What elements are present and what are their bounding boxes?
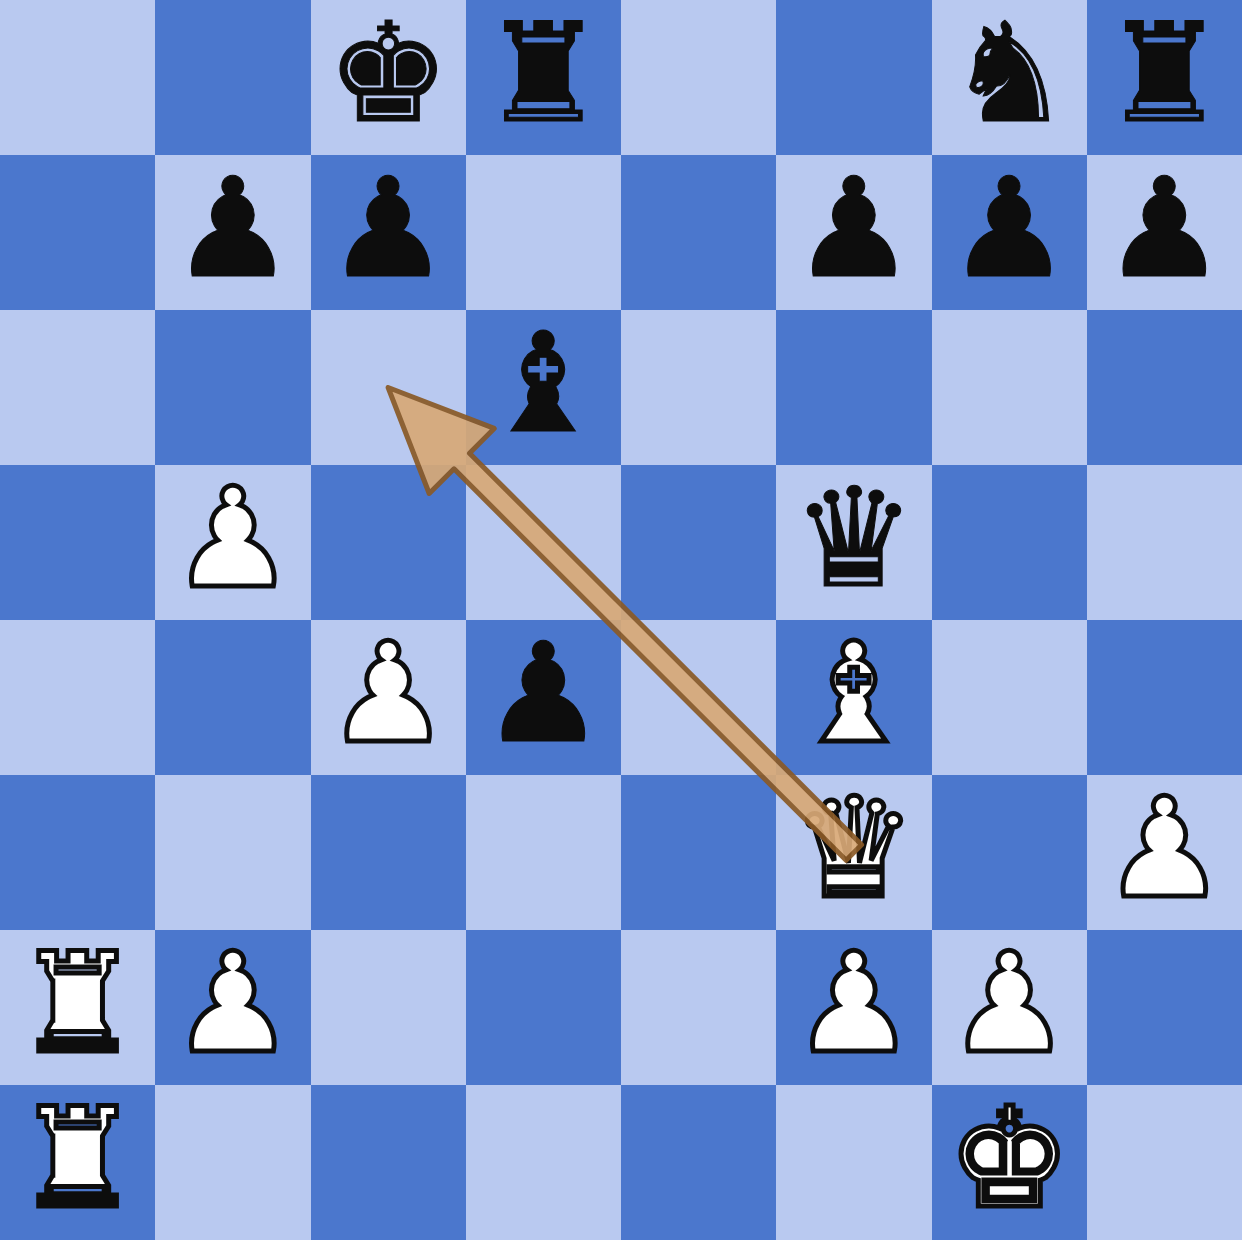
square-c1[interactable] xyxy=(311,1085,466,1240)
square-h4[interactable] xyxy=(1087,620,1242,775)
square-f8[interactable] xyxy=(776,0,931,155)
square-b5[interactable]: ♟ xyxy=(155,465,310,620)
piece-white-pawn[interactable]: ♟ xyxy=(947,935,1071,1073)
square-b7[interactable]: ♟ xyxy=(155,155,310,310)
piece-black-pawn[interactable]: ♟ xyxy=(792,160,916,298)
square-b8[interactable] xyxy=(155,0,310,155)
square-d8[interactable]: ♜ xyxy=(466,0,621,155)
piece-black-rook[interactable]: ♜ xyxy=(482,5,606,143)
square-a4[interactable] xyxy=(0,620,155,775)
piece-black-pawn[interactable]: ♟ xyxy=(1103,160,1227,298)
square-f2[interactable]: ♟ xyxy=(776,930,931,1085)
square-b1[interactable] xyxy=(155,1085,310,1240)
chess-app: ♚♜♞♜♟♟♟♟♟♝♟♛♟♟♝♛♟♜♟♟♟♜♚ xyxy=(0,0,1242,1240)
square-b4[interactable] xyxy=(155,620,310,775)
square-a8[interactable] xyxy=(0,0,155,155)
square-g5[interactable] xyxy=(932,465,1087,620)
square-h1[interactable] xyxy=(1087,1085,1242,1240)
square-c4[interactable]: ♟ xyxy=(311,620,466,775)
square-d1[interactable] xyxy=(466,1085,621,1240)
piece-black-knight[interactable]: ♞ xyxy=(947,5,1071,143)
piece-white-rook[interactable]: ♜ xyxy=(16,1090,140,1228)
square-b3[interactable] xyxy=(155,775,310,930)
square-g8[interactable]: ♞ xyxy=(932,0,1087,155)
square-e5[interactable] xyxy=(621,465,776,620)
square-d4[interactable]: ♟ xyxy=(466,620,621,775)
piece-black-rook[interactable]: ♜ xyxy=(1103,5,1227,143)
square-f5[interactable]: ♛ xyxy=(776,465,931,620)
square-h5[interactable] xyxy=(1087,465,1242,620)
square-h6[interactable] xyxy=(1087,310,1242,465)
piece-white-queen[interactable]: ♛ xyxy=(792,780,916,918)
square-h7[interactable]: ♟ xyxy=(1087,155,1242,310)
square-g3[interactable] xyxy=(932,775,1087,930)
square-g6[interactable] xyxy=(932,310,1087,465)
piece-white-pawn[interactable]: ♟ xyxy=(326,625,450,763)
square-d6[interactable]: ♝ xyxy=(466,310,621,465)
square-d5[interactable] xyxy=(466,465,621,620)
chess-board: ♚♜♞♜♟♟♟♟♟♝♟♛♟♟♝♛♟♜♟♟♟♜♚ xyxy=(0,0,1242,1240)
square-d2[interactable] xyxy=(466,930,621,1085)
square-b2[interactable]: ♟ xyxy=(155,930,310,1085)
square-e3[interactable] xyxy=(621,775,776,930)
square-a2[interactable]: ♜ xyxy=(0,930,155,1085)
square-f1[interactable] xyxy=(776,1085,931,1240)
square-g1[interactable]: ♚ xyxy=(932,1085,1087,1240)
square-a6[interactable] xyxy=(0,310,155,465)
piece-white-pawn[interactable]: ♟ xyxy=(171,935,295,1073)
square-c5[interactable] xyxy=(311,465,466,620)
square-g4[interactable] xyxy=(932,620,1087,775)
square-f3[interactable]: ♛ xyxy=(776,775,931,930)
square-a7[interactable] xyxy=(0,155,155,310)
square-d7[interactable] xyxy=(466,155,621,310)
square-c8[interactable]: ♚ xyxy=(311,0,466,155)
piece-black-pawn[interactable]: ♟ xyxy=(482,625,606,763)
square-h2[interactable] xyxy=(1087,930,1242,1085)
piece-black-bishop[interactable]: ♝ xyxy=(482,315,606,453)
square-b6[interactable] xyxy=(155,310,310,465)
piece-white-king[interactable]: ♚ xyxy=(947,1090,1071,1228)
piece-white-bishop[interactable]: ♝ xyxy=(792,625,916,763)
piece-black-pawn[interactable]: ♟ xyxy=(947,160,1071,298)
square-a5[interactable] xyxy=(0,465,155,620)
square-e1[interactable] xyxy=(621,1085,776,1240)
piece-white-pawn[interactable]: ♟ xyxy=(171,470,295,608)
square-g7[interactable]: ♟ xyxy=(932,155,1087,310)
square-e2[interactable] xyxy=(621,930,776,1085)
square-g2[interactable]: ♟ xyxy=(932,930,1087,1085)
square-c3[interactable] xyxy=(311,775,466,930)
square-c6[interactable] xyxy=(311,310,466,465)
piece-black-pawn[interactable]: ♟ xyxy=(171,160,295,298)
square-a3[interactable] xyxy=(0,775,155,930)
square-h3[interactable]: ♟ xyxy=(1087,775,1242,930)
square-e7[interactable] xyxy=(621,155,776,310)
piece-black-queen[interactable]: ♛ xyxy=(792,470,916,608)
square-f7[interactable]: ♟ xyxy=(776,155,931,310)
square-h8[interactable]: ♜ xyxy=(1087,0,1242,155)
square-e6[interactable] xyxy=(621,310,776,465)
square-e8[interactable] xyxy=(621,0,776,155)
piece-black-pawn[interactable]: ♟ xyxy=(326,160,450,298)
square-c7[interactable]: ♟ xyxy=(311,155,466,310)
piece-white-pawn[interactable]: ♟ xyxy=(792,935,916,1073)
piece-white-rook[interactable]: ♜ xyxy=(16,935,140,1073)
piece-white-pawn[interactable]: ♟ xyxy=(1103,780,1227,918)
square-e4[interactable] xyxy=(621,620,776,775)
piece-black-king[interactable]: ♚ xyxy=(326,5,450,143)
square-f6[interactable] xyxy=(776,310,931,465)
square-a1[interactable]: ♜ xyxy=(0,1085,155,1240)
square-c2[interactable] xyxy=(311,930,466,1085)
square-f4[interactable]: ♝ xyxy=(776,620,931,775)
square-d3[interactable] xyxy=(466,775,621,930)
